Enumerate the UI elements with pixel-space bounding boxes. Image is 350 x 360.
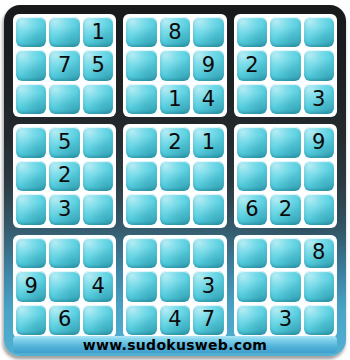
box-2: 8914 xyxy=(123,14,226,117)
cell-r6c8[interactable]: 2 xyxy=(270,194,300,224)
cell-r5c7[interactable] xyxy=(237,161,267,191)
cell-r6c2[interactable]: 3 xyxy=(49,194,79,224)
sudoku-grid: 1758914235232196294634783 xyxy=(13,14,337,338)
cell-r5c8[interactable] xyxy=(270,161,300,191)
cell-r2c9[interactable] xyxy=(304,50,334,80)
cell-r1c2[interactable] xyxy=(49,17,79,47)
cell-r9c4[interactable] xyxy=(126,305,156,335)
cell-r9c2[interactable]: 6 xyxy=(49,305,79,335)
cell-r5c9[interactable] xyxy=(304,161,334,191)
cell-r2c3[interactable]: 5 xyxy=(83,50,113,80)
sudoku-board: 1758914235232196294634783 www.sudokusweb… xyxy=(4,5,346,356)
cell-r3c2[interactable] xyxy=(49,84,79,114)
cell-r1c5[interactable]: 8 xyxy=(160,17,190,47)
cell-r4c1[interactable] xyxy=(16,127,46,157)
cell-r3c8[interactable] xyxy=(270,84,300,114)
cell-r9c8[interactable]: 3 xyxy=(270,305,300,335)
cell-r5c1[interactable] xyxy=(16,161,46,191)
cell-r2c5[interactable] xyxy=(160,50,190,80)
cell-r5c3[interactable] xyxy=(83,161,113,191)
cell-r4c4[interactable] xyxy=(126,127,156,157)
cell-r8c6[interactable]: 3 xyxy=(193,271,223,301)
cell-r3c1[interactable] xyxy=(16,84,46,114)
cell-r9c3[interactable] xyxy=(83,305,113,335)
cell-r1c9[interactable] xyxy=(304,17,334,47)
cell-r6c3[interactable] xyxy=(83,194,113,224)
cell-r3c4[interactable] xyxy=(126,84,156,114)
cell-r4c5[interactable]: 2 xyxy=(160,127,190,157)
box-5: 21 xyxy=(123,124,226,227)
cell-r3c9[interactable]: 3 xyxy=(304,84,334,114)
cell-r6c7[interactable]: 6 xyxy=(237,194,267,224)
cell-r5c2[interactable]: 2 xyxy=(49,161,79,191)
cell-r6c5[interactable] xyxy=(160,194,190,224)
box-1: 175 xyxy=(13,14,116,117)
cell-r3c5[interactable]: 1 xyxy=(160,84,190,114)
cell-r2c8[interactable] xyxy=(270,50,300,80)
cell-r1c6[interactable] xyxy=(193,17,223,47)
cell-r3c3[interactable] xyxy=(83,84,113,114)
cell-r4c8[interactable] xyxy=(270,127,300,157)
cell-r6c9[interactable] xyxy=(304,194,334,224)
cell-r1c1[interactable] xyxy=(16,17,46,47)
cell-r3c7[interactable] xyxy=(237,84,267,114)
cell-r4c2[interactable]: 5 xyxy=(49,127,79,157)
cell-r5c5[interactable] xyxy=(160,161,190,191)
box-9: 83 xyxy=(234,235,337,338)
cell-r6c6[interactable] xyxy=(193,194,223,224)
cell-r8c3[interactable]: 4 xyxy=(83,271,113,301)
cell-r9c6[interactable]: 7 xyxy=(193,305,223,335)
cell-r7c9[interactable]: 8 xyxy=(304,238,334,268)
box-7: 946 xyxy=(13,235,116,338)
cell-r9c9[interactable] xyxy=(304,305,334,335)
cell-r7c7[interactable] xyxy=(237,238,267,268)
cell-r1c4[interactable] xyxy=(126,17,156,47)
cell-r9c1[interactable] xyxy=(16,305,46,335)
cell-r7c2[interactable] xyxy=(49,238,79,268)
cell-r4c9[interactable]: 9 xyxy=(304,127,334,157)
cell-r2c6[interactable]: 9 xyxy=(193,50,223,80)
cell-r7c1[interactable] xyxy=(16,238,46,268)
cell-r8c1[interactable]: 9 xyxy=(16,271,46,301)
cell-r5c4[interactable] xyxy=(126,161,156,191)
cell-r4c7[interactable] xyxy=(237,127,267,157)
cell-r5c6[interactable] xyxy=(193,161,223,191)
cell-r4c6[interactable]: 1 xyxy=(193,127,223,157)
cell-r3c6[interactable]: 4 xyxy=(193,84,223,114)
cell-r1c8[interactable] xyxy=(270,17,300,47)
cell-r8c5[interactable] xyxy=(160,271,190,301)
cell-r8c2[interactable] xyxy=(49,271,79,301)
cell-r1c3[interactable]: 1 xyxy=(83,17,113,47)
cell-r2c7[interactable]: 2 xyxy=(237,50,267,80)
box-4: 523 xyxy=(13,124,116,227)
cell-r6c4[interactable] xyxy=(126,194,156,224)
box-6: 962 xyxy=(234,124,337,227)
cell-r1c7[interactable] xyxy=(237,17,267,47)
cell-r2c4[interactable] xyxy=(126,50,156,80)
cell-r6c1[interactable] xyxy=(16,194,46,224)
cell-r8c9[interactable] xyxy=(304,271,334,301)
cell-r2c1[interactable] xyxy=(16,50,46,80)
cell-r7c4[interactable] xyxy=(126,238,156,268)
cell-r9c5[interactable]: 4 xyxy=(160,305,190,335)
cell-r7c5[interactable] xyxy=(160,238,190,268)
website-url[interactable]: www.sudokusweb.com xyxy=(83,337,267,353)
box-8: 347 xyxy=(123,235,226,338)
cell-r9c7[interactable] xyxy=(237,305,267,335)
footer-band: www.sudokusweb.com xyxy=(13,336,337,353)
cell-r7c8[interactable] xyxy=(270,238,300,268)
cell-r8c7[interactable] xyxy=(237,271,267,301)
box-3: 23 xyxy=(234,14,337,117)
cell-r8c8[interactable] xyxy=(270,271,300,301)
cell-r2c2[interactable]: 7 xyxy=(49,50,79,80)
cell-r8c4[interactable] xyxy=(126,271,156,301)
cell-r7c6[interactable] xyxy=(193,238,223,268)
cell-r4c3[interactable] xyxy=(83,127,113,157)
cell-r7c3[interactable] xyxy=(83,238,113,268)
